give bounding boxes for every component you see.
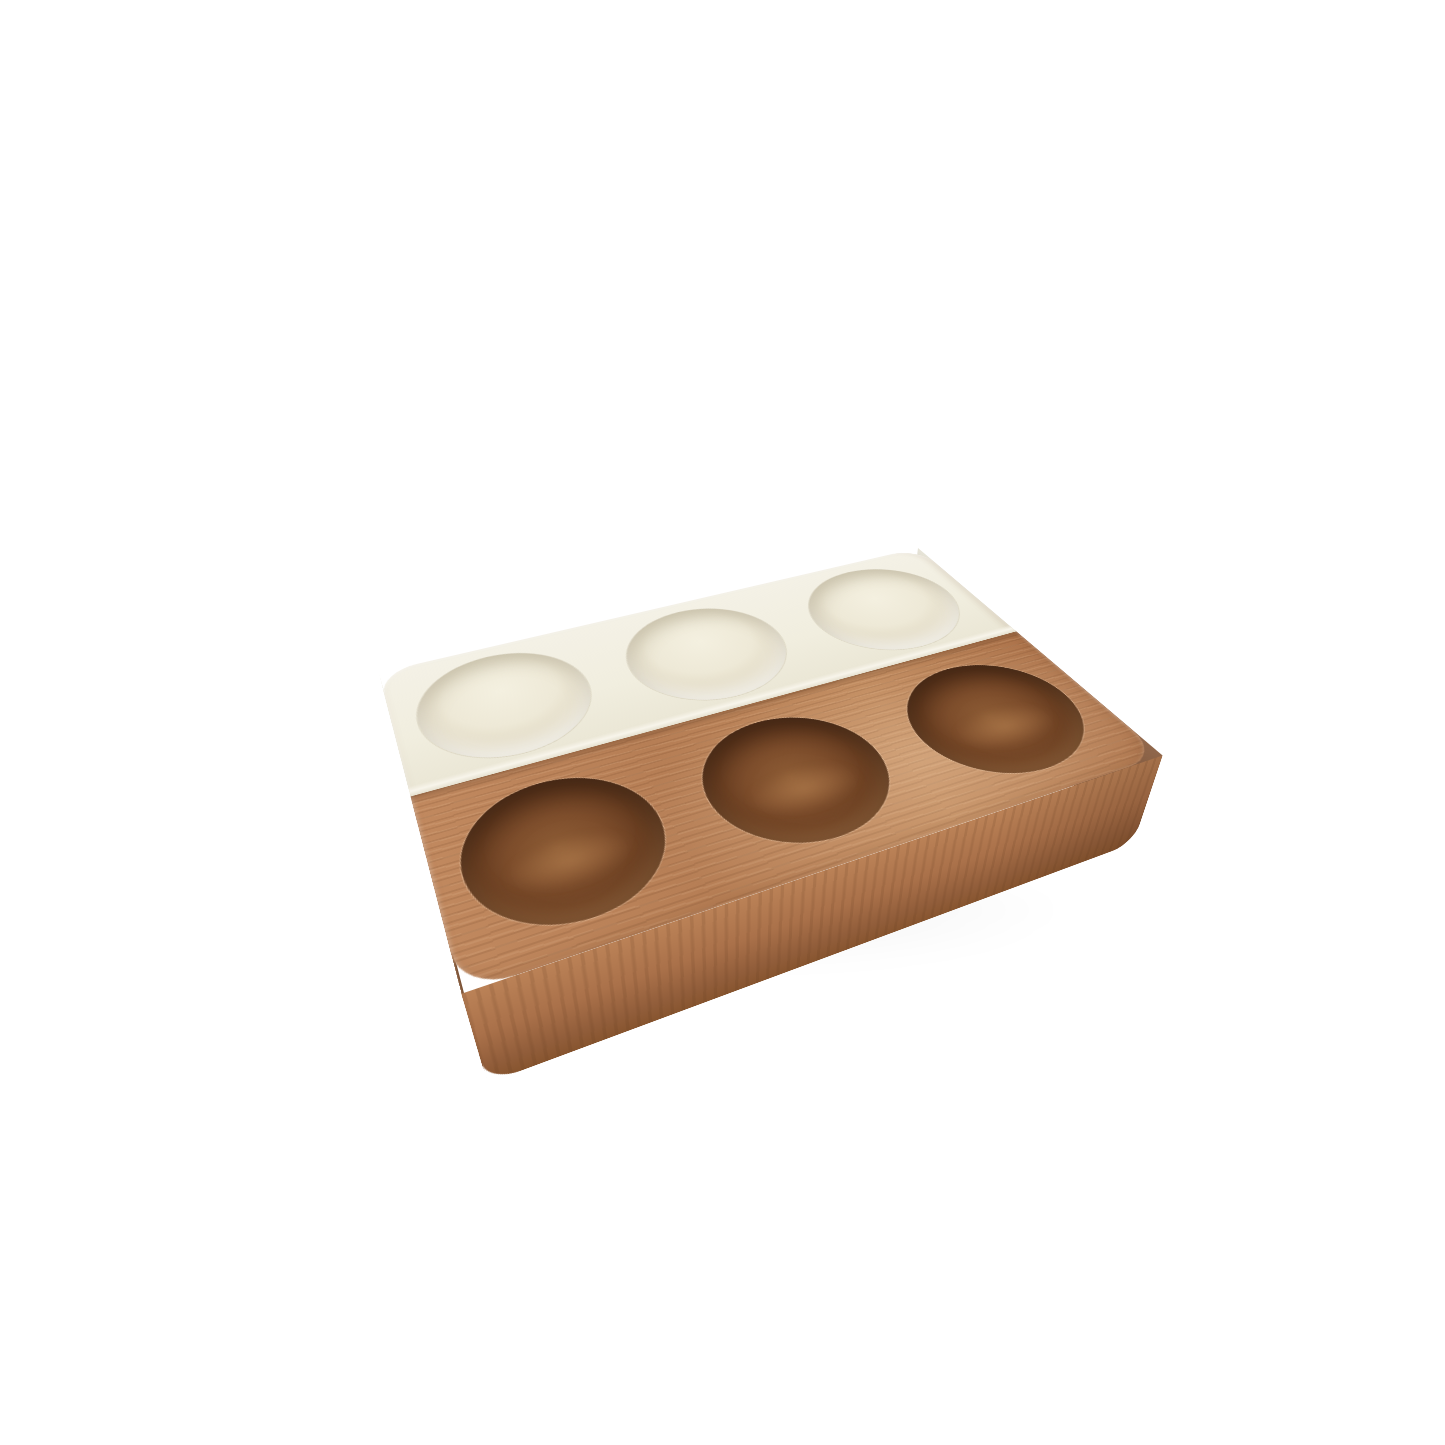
pit-wood-2[interactable] bbox=[676, 701, 925, 867]
pit-wood-3[interactable] bbox=[876, 650, 1121, 793]
pit-wood-1[interactable] bbox=[444, 758, 695, 953]
product-photo-scene bbox=[0, 0, 1445, 1445]
pit-white-1[interactable] bbox=[405, 639, 613, 777]
